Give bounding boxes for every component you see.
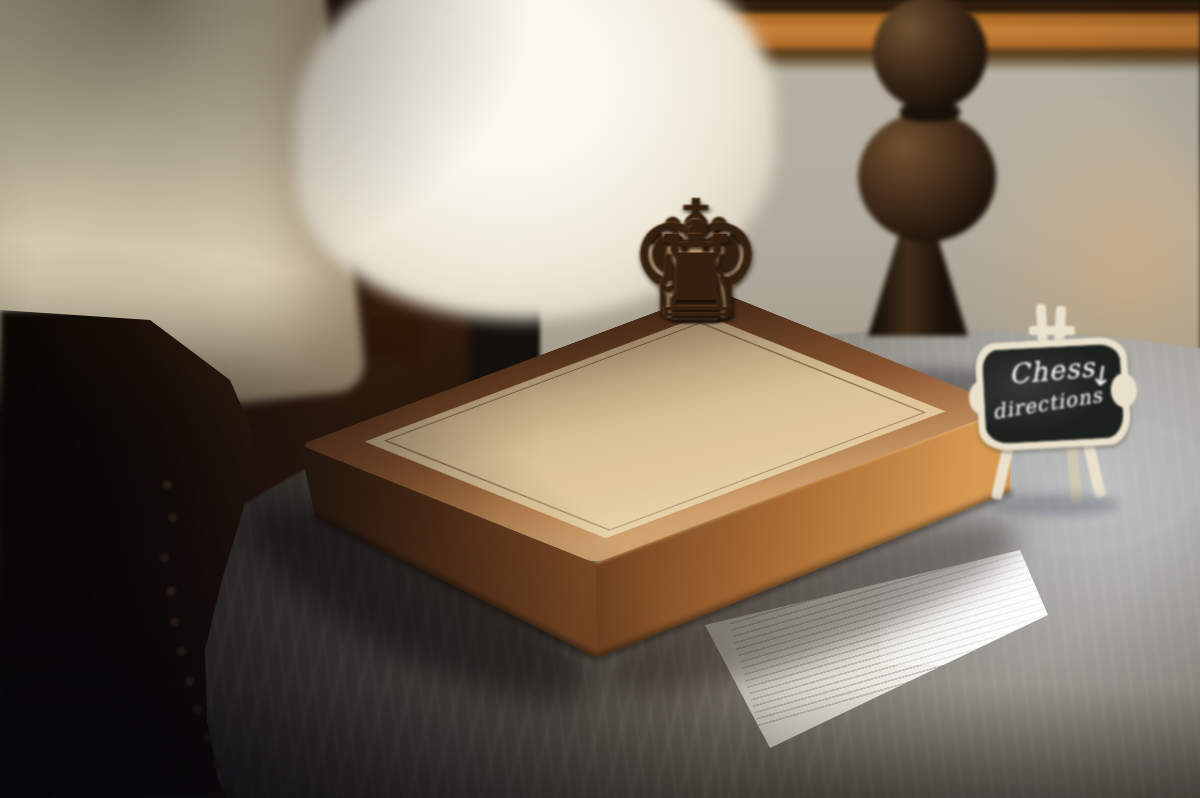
lamp-sphere-large [858, 112, 996, 242]
down-arrow-icon: ↓ [1088, 359, 1115, 393]
sign-shadow [989, 494, 1119, 516]
nailhead-trim [0, 0, 9, 9]
lamp-sphere-upper [873, 0, 987, 110]
chalkboard-frame: Chess directions ↓ [974, 336, 1131, 452]
chess-directions-sign: Chess directions ↓ [975, 298, 1145, 508]
chalkboard-face: Chess directions ↓ [982, 343, 1125, 444]
photo-scene: ♜♟♟♜♞♟♟♞♝♟♟♝♛♟♟♛♚♟♟♚♝♟♟♝♞♟♟♞♜♟♟♜ Chess d… [0, 0, 1200, 798]
easel-crossbar [1029, 326, 1075, 335]
lamp-stem [868, 232, 968, 336]
